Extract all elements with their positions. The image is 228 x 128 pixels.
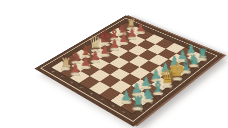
- piece-black-pawn-d7[interactable]: ♟: [99, 44, 110, 56]
- piece-black-pawn-e7[interactable]: ♟: [109, 38, 119, 50]
- piece-black-pawn-b7[interactable]: ♟: [80, 56, 91, 68]
- square-c5[interactable]: [100, 63, 120, 75]
- piece-white-rook-a1[interactable]: ♜: [131, 94, 144, 109]
- piece-black-pawn-c7[interactable]: ♟: [90, 50, 101, 62]
- square-f4[interactable]: [138, 50, 157, 61]
- piece-black-pawn-a7[interactable]: ♟: [69, 62, 80, 74]
- board-grid: ♜♞♝♛♚♝♞♜♟♟♟♟♟♟♟♟♟♟♟♟♟♟♟♟♜♞♝♛♚♝♞♜: [51, 23, 206, 114]
- product-photo-chess-set: 87654321 abcdefgh ♜♞♝♛♚♝♞♜♟♟♟♟♟♟♟♟♟♟♟♟♟♟…: [0, 0, 228, 128]
- chess-board: 87654321 abcdefgh ♜♞♝♛♚♝♞♜♟♟♟♟♟♟♟♟♟♟♟♟♟♟…: [34, 15, 223, 126]
